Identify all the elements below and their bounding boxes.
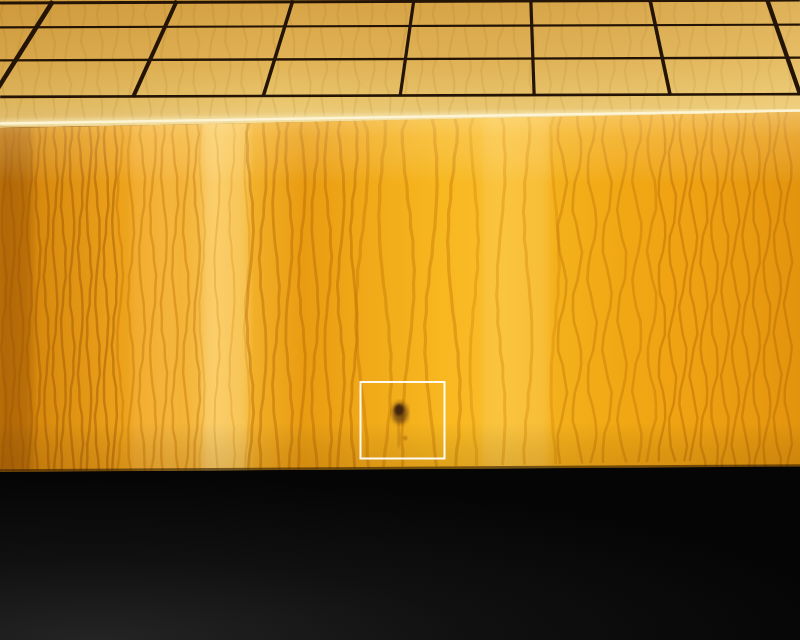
go-board-product-photo [0,0,800,640]
background [0,466,800,640]
front-face-sheen [0,100,800,480]
goban-photo-canvas [0,0,800,640]
black-backdrop [0,467,800,640]
board-front-face [0,100,800,480]
